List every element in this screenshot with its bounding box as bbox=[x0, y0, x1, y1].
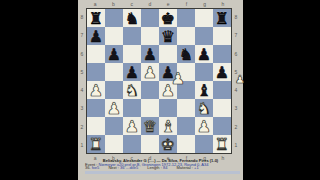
square-g4: ♝ bbox=[195, 81, 213, 99]
square-h4 bbox=[213, 81, 231, 99]
rank-label: 3 bbox=[232, 99, 240, 117]
square-d8 bbox=[141, 9, 159, 27]
square-d5: ♟ bbox=[141, 63, 159, 81]
black-pawn-icon: ♟ bbox=[215, 64, 229, 81]
white-bishop-icon: ♝ bbox=[161, 118, 175, 135]
square-g1 bbox=[195, 135, 213, 153]
file-label: f bbox=[177, 0, 195, 8]
file-label: h bbox=[214, 0, 232, 8]
square-e6 bbox=[159, 45, 177, 63]
square-h3 bbox=[213, 99, 231, 117]
square-b5 bbox=[105, 63, 123, 81]
square-c2: ♟ bbox=[123, 117, 141, 135]
file-label: a bbox=[86, 0, 104, 8]
square-d6: ♟ bbox=[141, 45, 159, 63]
rank-label: 7 bbox=[232, 26, 240, 44]
file-label: e bbox=[159, 0, 177, 8]
white-rook-icon: ♜ bbox=[89, 136, 103, 153]
white-knight-icon: ♞ bbox=[125, 82, 139, 99]
black-bishop-icon: ♝ bbox=[197, 82, 211, 99]
rank-label: 6 bbox=[78, 45, 86, 63]
white-pawn-icon: ♟ bbox=[107, 100, 121, 117]
square-h6 bbox=[213, 45, 231, 63]
square-f1 bbox=[177, 135, 195, 153]
white-pawn-icon: ♟ bbox=[125, 118, 139, 135]
rank-label: 1 bbox=[232, 136, 240, 154]
material-tray: ♟ bbox=[234, 73, 246, 87]
white-king-icon: ♚ bbox=[161, 136, 175, 153]
rank-label: 6 bbox=[232, 45, 240, 63]
file-label: c bbox=[123, 0, 141, 8]
move-number: 36. bbox=[85, 165, 91, 170]
black-rook-icon: ♜ bbox=[215, 10, 229, 27]
black-king-icon: ♚ bbox=[161, 10, 175, 27]
white-queen-icon: ♛ bbox=[143, 118, 157, 135]
square-g5 bbox=[195, 63, 213, 81]
square-d4 bbox=[141, 81, 159, 99]
rank-label: 2 bbox=[78, 118, 86, 136]
square-b2 bbox=[105, 117, 123, 135]
square-h7 bbox=[213, 27, 231, 45]
white-pawn-icon: ♟ bbox=[235, 74, 245, 86]
animated-white-pawn: ♟ bbox=[169, 69, 187, 87]
rank-label: 2 bbox=[232, 118, 240, 136]
square-a2 bbox=[87, 117, 105, 135]
game-caption: Beliavsky, Alexander G (….) — Da Silva, … bbox=[78, 159, 243, 170]
status-line: 36. fxe5 Next : 36 …dxe5 Length : 84 Mat… bbox=[78, 166, 243, 170]
material-label: Material : bbox=[176, 165, 192, 170]
square-f7 bbox=[177, 27, 195, 45]
black-knight-icon: ♞ bbox=[179, 46, 193, 63]
rank-label: 8 bbox=[78, 8, 86, 26]
white-pawn-icon: ♟ bbox=[171, 70, 185, 87]
length-label: Length : bbox=[147, 165, 161, 170]
square-b8 bbox=[105, 9, 123, 27]
square-a1: ♜ bbox=[87, 135, 105, 153]
content-strip: a b c d e f g h 8 7 6 5 4 3 2 1 ♜♞♚♜♟♛♟♟… bbox=[78, 0, 243, 180]
square-c7 bbox=[123, 27, 141, 45]
square-h5: ♟ bbox=[213, 63, 231, 81]
square-f2 bbox=[177, 117, 195, 135]
square-e2: ♝ bbox=[159, 117, 177, 135]
square-h1: ♜ bbox=[213, 135, 231, 153]
black-knight-icon: ♞ bbox=[125, 10, 139, 27]
square-d1 bbox=[141, 135, 159, 153]
square-e8: ♚ bbox=[159, 9, 177, 27]
black-pawn-icon: ♟ bbox=[107, 46, 121, 63]
file-label: g bbox=[196, 0, 214, 8]
square-a4: ♟ bbox=[87, 81, 105, 99]
square-c5: ♟ bbox=[123, 63, 141, 81]
square-a5 bbox=[87, 63, 105, 81]
square-b1 bbox=[105, 135, 123, 153]
file-label: b bbox=[104, 0, 122, 8]
length-value: 84 bbox=[163, 165, 167, 170]
square-d7 bbox=[141, 27, 159, 45]
rank-label: 3 bbox=[78, 99, 86, 117]
square-g6: ♟ bbox=[195, 45, 213, 63]
white-pawn-icon: ♟ bbox=[89, 82, 103, 99]
black-rook-icon: ♜ bbox=[89, 10, 103, 27]
white-knight-icon: ♞ bbox=[197, 100, 211, 117]
square-c8: ♞ bbox=[123, 9, 141, 27]
square-h2 bbox=[213, 117, 231, 135]
black-queen-icon: ♛ bbox=[161, 28, 175, 45]
square-d2: ♛ bbox=[141, 117, 159, 135]
square-e7: ♛ bbox=[159, 27, 177, 45]
square-b6: ♟ bbox=[105, 45, 123, 63]
white-rook-icon: ♜ bbox=[215, 136, 229, 153]
black-pawn-icon: ♟ bbox=[89, 28, 103, 45]
square-f3 bbox=[177, 99, 195, 117]
rank-label: 5 bbox=[78, 63, 86, 81]
square-c6 bbox=[123, 45, 141, 63]
rank-label: 4 bbox=[78, 81, 86, 99]
square-g3: ♞ bbox=[195, 99, 213, 117]
square-a3 bbox=[87, 99, 105, 117]
material-value: +1 bbox=[194, 165, 199, 170]
square-f8 bbox=[177, 9, 195, 27]
file-labels-top: a b c d e f g h bbox=[86, 0, 232, 8]
square-c1 bbox=[123, 135, 141, 153]
chess-board: ♜♞♚♜♟♛♟♟♞♟♟♟♟♟♟♞♟♝♟♞♟♛♝♟♜♚♜ bbox=[86, 8, 232, 154]
square-d3 bbox=[141, 99, 159, 117]
rank-labels-left: 8 7 6 5 4 3 2 1 bbox=[78, 8, 86, 154]
square-g8 bbox=[195, 9, 213, 27]
rank-label: 7 bbox=[78, 26, 86, 44]
next-value: 36 …dxe5 bbox=[120, 165, 138, 170]
square-e3 bbox=[159, 99, 177, 117]
caption-highlight-band bbox=[85, 171, 240, 174]
file-label: d bbox=[141, 0, 159, 8]
square-c3 bbox=[123, 99, 141, 117]
next-label: Next : bbox=[108, 165, 118, 170]
white-pawn-icon: ♟ bbox=[197, 118, 211, 135]
white-pawn-icon: ♟ bbox=[143, 64, 157, 81]
square-c4: ♞ bbox=[123, 81, 141, 99]
square-h8: ♜ bbox=[213, 9, 231, 27]
square-g2: ♟ bbox=[195, 117, 213, 135]
black-pawn-icon: ♟ bbox=[125, 64, 139, 81]
rank-label: 8 bbox=[232, 8, 240, 26]
square-b7 bbox=[105, 27, 123, 45]
move-value: fxe5 bbox=[92, 165, 100, 170]
video-frame: a b c d e f g h 8 7 6 5 4 3 2 1 ♜♞♚♜♟♛♟♟… bbox=[0, 0, 320, 180]
square-e1: ♚ bbox=[159, 135, 177, 153]
square-b4 bbox=[105, 81, 123, 99]
square-a7: ♟ bbox=[87, 27, 105, 45]
square-a8: ♜ bbox=[87, 9, 105, 27]
square-b3: ♟ bbox=[105, 99, 123, 117]
black-pawn-icon: ♟ bbox=[143, 46, 157, 63]
square-a6 bbox=[87, 45, 105, 63]
black-pawn-icon: ♟ bbox=[197, 46, 211, 63]
square-f6: ♞ bbox=[177, 45, 195, 63]
square-g7 bbox=[195, 27, 213, 45]
rank-label: 1 bbox=[78, 136, 86, 154]
